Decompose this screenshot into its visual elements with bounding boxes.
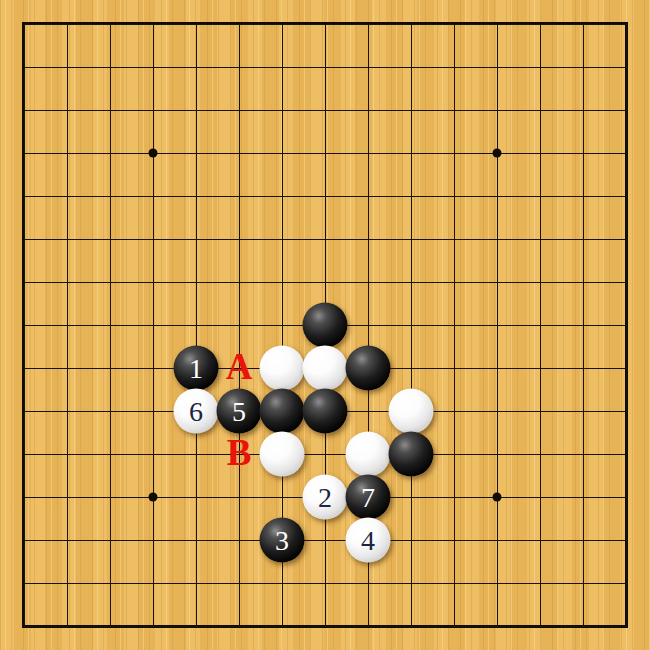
- stone-label: 1: [189, 354, 203, 382]
- stone-white[interactable]: [260, 432, 305, 477]
- stone-black-move-3[interactable]: 3: [260, 518, 305, 563]
- stone-black[interactable]: [389, 432, 434, 477]
- stone-black[interactable]: [346, 346, 391, 391]
- marker-a[interactable]: A: [226, 348, 253, 385]
- grid-line: [454, 24, 455, 626]
- stone-black-move-5[interactable]: 5: [217, 389, 262, 434]
- stone-label: 3: [275, 526, 289, 554]
- grid-line: [24, 626, 626, 627]
- grid-line: [540, 24, 541, 626]
- stone-white-move-2[interactable]: 2: [303, 475, 348, 520]
- stone-label: 7: [361, 483, 375, 511]
- stone-black-move-7[interactable]: 7: [346, 475, 391, 520]
- stone-label: 2: [318, 483, 332, 511]
- marker-b[interactable]: B: [227, 434, 252, 471]
- stone-black[interactable]: [260, 389, 305, 434]
- stone-black[interactable]: [303, 303, 348, 348]
- stone-white[interactable]: [346, 432, 391, 477]
- stone-white-move-4[interactable]: 4: [346, 518, 391, 563]
- stone-label: 4: [361, 526, 375, 554]
- stone-white[interactable]: [260, 346, 305, 391]
- grid-line: [497, 24, 498, 626]
- star-point: [149, 493, 158, 502]
- star-point: [493, 149, 502, 158]
- stone-white-move-6[interactable]: 6: [174, 389, 219, 434]
- goban[interactable]: 1652734 AB: [0, 0, 650, 650]
- grid-line: [626, 24, 627, 626]
- grid-line: [24, 454, 626, 455]
- star-point: [149, 149, 158, 158]
- grid-line: [411, 24, 412, 626]
- stone-label: 5: [232, 397, 246, 425]
- stone-white[interactable]: [303, 346, 348, 391]
- star-point: [493, 493, 502, 502]
- stone-black[interactable]: [303, 389, 348, 434]
- grid-line: [24, 583, 626, 584]
- stone-white[interactable]: [389, 389, 434, 434]
- grid-line: [583, 24, 584, 626]
- stone-label: 6: [189, 397, 203, 425]
- stone-black-move-1[interactable]: 1: [174, 346, 219, 391]
- grid-line: [24, 540, 626, 541]
